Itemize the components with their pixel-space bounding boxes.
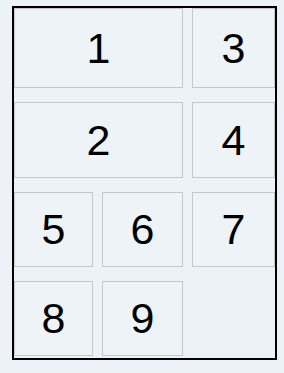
tile-8[interactable]: 8 [14, 281, 93, 356]
tile-4[interactable]: 4 [192, 102, 275, 178]
tile-6[interactable]: 6 [102, 192, 183, 267]
tile-7[interactable]: 7 [192, 192, 275, 267]
tile-2[interactable]: 2 [14, 102, 183, 178]
tile-9[interactable]: 9 [102, 281, 183, 356]
tile-3[interactable]: 3 [192, 8, 275, 88]
empty-cell [192, 281, 275, 356]
tile-1[interactable]: 1 [14, 8, 183, 88]
puzzle-board: 1 3 2 4 5 6 7 8 9 [12, 6, 277, 360]
page-background: { "game": "sliding-block-puzzle", "posit… [0, 0, 284, 373]
tile-5[interactable]: 5 [14, 192, 93, 267]
